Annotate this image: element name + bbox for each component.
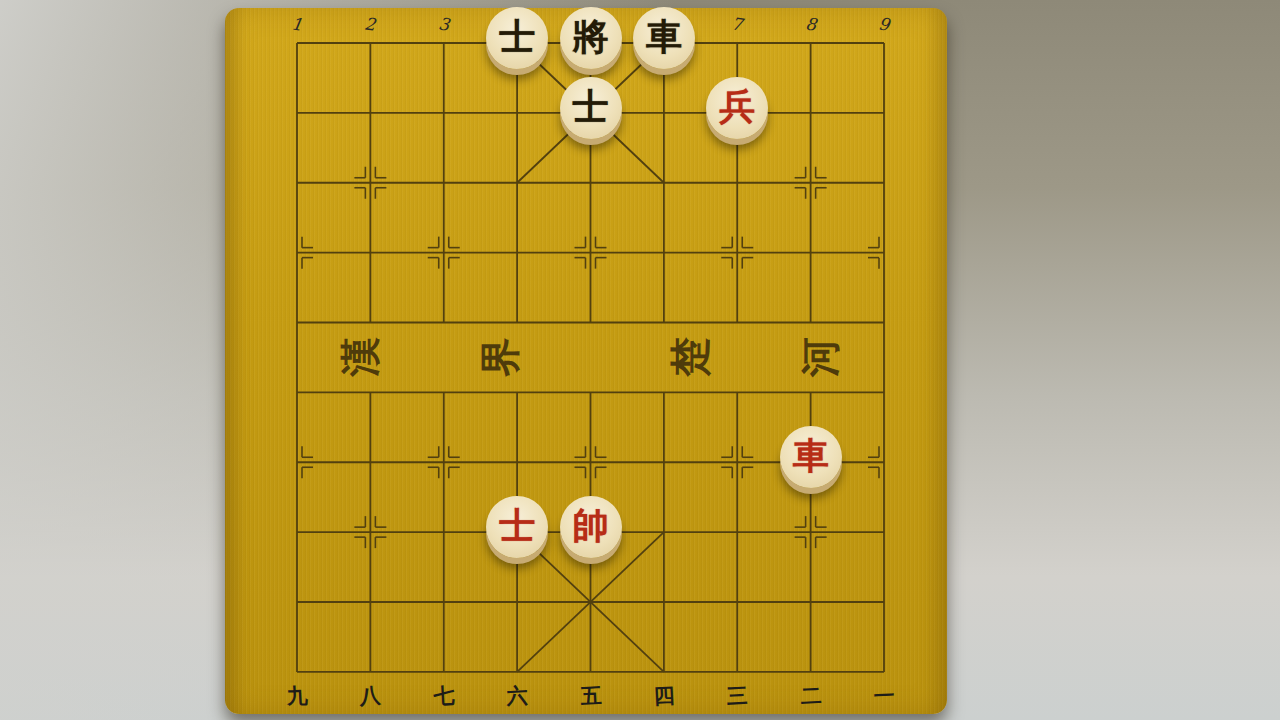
file-label-bottom-2: 八 — [359, 683, 381, 708]
file-label-bottom-3: 七 — [433, 683, 455, 708]
piece-red-general[interactable]: 帥 — [560, 496, 622, 558]
piece-glyph: 士 — [499, 507, 535, 543]
file-label-bottom-6: 四 — [653, 683, 675, 708]
piece-glyph: 士 — [573, 88, 609, 124]
piece-glyph: 將 — [573, 18, 609, 54]
piece-red-chariot[interactable]: 車 — [780, 426, 842, 488]
piece-red-advisor[interactable]: 士 — [486, 496, 548, 558]
river-character-1: 漢 — [333, 337, 388, 377]
file-label-bottom-1: 九 — [286, 683, 308, 708]
file-label-bottom-9: 一 — [873, 683, 895, 708]
piece-glyph: 車 — [793, 437, 829, 473]
piece-glyph: 車 — [646, 18, 682, 54]
file-label-bottom-4: 六 — [506, 683, 528, 708]
file-label-top-8: 8 — [804, 13, 818, 34]
piece-glyph: 兵 — [719, 88, 755, 124]
file-label-bottom-5: 五 — [579, 683, 601, 708]
piece-black-general[interactable]: 將 — [560, 7, 622, 69]
table-surface: 123456789 九八七六五四三二一 漢界楚河 士將車士兵車士帥 — [0, 0, 1280, 720]
file-label-bottom-7: 三 — [726, 683, 748, 708]
piece-black-chariot[interactable]: 車 — [633, 7, 695, 69]
river-character-3: 楚 — [663, 337, 718, 377]
piece-black-advisor[interactable]: 士 — [560, 77, 622, 139]
piece-glyph: 士 — [499, 18, 535, 54]
river-character-4: 河 — [793, 337, 848, 377]
piece-black-advisor[interactable]: 士 — [486, 7, 548, 69]
river-character-2: 界 — [473, 337, 528, 377]
piece-glyph: 帥 — [573, 507, 609, 543]
xiangqi-board[interactable]: 123456789 九八七六五四三二一 漢界楚河 士將車士兵車士帥 — [225, 8, 947, 714]
file-label-bottom-8: 二 — [800, 683, 822, 708]
file-label-top-3: 3 — [437, 13, 451, 34]
piece-red-soldier[interactable]: 兵 — [706, 77, 768, 139]
